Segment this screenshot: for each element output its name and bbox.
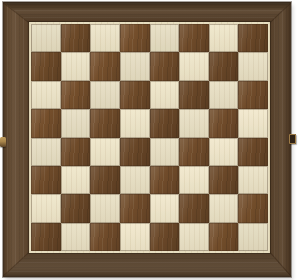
square-a3[interactable] — [31, 166, 61, 194]
square-e6[interactable] — [150, 81, 180, 109]
square-g4[interactable] — [209, 138, 239, 166]
board-frame-bottom — [3, 253, 291, 277]
square-a2[interactable] — [31, 194, 61, 222]
square-a1[interactable] — [31, 223, 61, 251]
square-e4[interactable] — [150, 138, 180, 166]
square-d7[interactable] — [120, 52, 150, 80]
square-c7[interactable] — [90, 52, 120, 80]
board-frame-right — [270, 2, 291, 277]
square-c2[interactable] — [90, 194, 120, 222]
square-a6[interactable] — [31, 81, 61, 109]
board-grid — [31, 24, 268, 251]
square-f7[interactable] — [179, 52, 209, 80]
square-f8[interactable] — [179, 24, 209, 52]
square-a8[interactable] — [31, 24, 61, 52]
square-d1[interactable] — [120, 223, 150, 251]
square-h4[interactable] — [238, 138, 268, 166]
chessboard — [3, 2, 291, 277]
square-h2[interactable] — [238, 194, 268, 222]
square-g3[interactable] — [209, 166, 239, 194]
square-h6[interactable] — [238, 81, 268, 109]
square-h1[interactable] — [238, 223, 268, 251]
square-h5[interactable] — [238, 109, 268, 137]
board-frame-top — [3, 2, 291, 22]
square-g5[interactable] — [209, 109, 239, 137]
square-d4[interactable] — [120, 138, 150, 166]
square-d8[interactable] — [120, 24, 150, 52]
square-a4[interactable] — [31, 138, 61, 166]
square-f2[interactable] — [179, 194, 209, 222]
square-f4[interactable] — [179, 138, 209, 166]
square-d3[interactable] — [120, 166, 150, 194]
square-h8[interactable] — [238, 24, 268, 52]
square-c4[interactable] — [90, 138, 120, 166]
square-a7[interactable] — [31, 52, 61, 80]
square-e8[interactable] — [150, 24, 180, 52]
square-f3[interactable] — [179, 166, 209, 194]
square-g6[interactable] — [209, 81, 239, 109]
square-c3[interactable] — [90, 166, 120, 194]
square-h3[interactable] — [238, 166, 268, 194]
square-e7[interactable] — [150, 52, 180, 80]
brass-hinge-clasp-left — [0, 137, 6, 147]
square-b8[interactable] — [61, 24, 91, 52]
square-a5[interactable] — [31, 109, 61, 137]
square-g8[interactable] — [209, 24, 239, 52]
square-c8[interactable] — [90, 24, 120, 52]
square-e1[interactable] — [150, 223, 180, 251]
square-b3[interactable] — [61, 166, 91, 194]
square-d2[interactable] — [120, 194, 150, 222]
square-g1[interactable] — [209, 223, 239, 251]
board-frame-left — [3, 2, 29, 277]
square-c5[interactable] — [90, 109, 120, 137]
square-d6[interactable] — [120, 81, 150, 109]
square-b7[interactable] — [61, 52, 91, 80]
square-b6[interactable] — [61, 81, 91, 109]
square-e5[interactable] — [150, 109, 180, 137]
playing-field — [29, 22, 270, 253]
clasp-knob-right — [289, 134, 296, 144]
square-b4[interactable] — [61, 138, 91, 166]
square-e3[interactable] — [150, 166, 180, 194]
square-d5[interactable] — [120, 109, 150, 137]
square-c1[interactable] — [90, 223, 120, 251]
square-b1[interactable] — [61, 223, 91, 251]
square-b2[interactable] — [61, 194, 91, 222]
square-e2[interactable] — [150, 194, 180, 222]
square-g7[interactable] — [209, 52, 239, 80]
square-c6[interactable] — [90, 81, 120, 109]
square-f6[interactable] — [179, 81, 209, 109]
square-h7[interactable] — [238, 52, 268, 80]
square-b5[interactable] — [61, 109, 91, 137]
photo-scene — [0, 0, 300, 280]
square-g2[interactable] — [209, 194, 239, 222]
square-f5[interactable] — [179, 109, 209, 137]
square-f1[interactable] — [179, 223, 209, 251]
